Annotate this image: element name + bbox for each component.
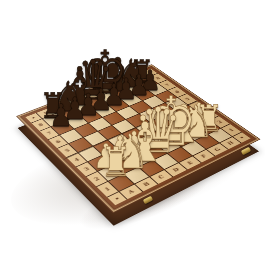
piece-white-pawn-b2: ♟ xyxy=(108,133,134,167)
piece-black-pawn-f7: ♟ xyxy=(115,75,137,104)
piece-white-queen-d1: ♛ xyxy=(134,100,181,162)
piece-white-pawn-e2: ♟ xyxy=(149,115,174,147)
piece-black-pawn-g7: ♟ xyxy=(128,71,150,100)
piece-white-bishop-c1: ♝ xyxy=(124,114,166,169)
piece-black-king-e8: ♚ xyxy=(83,43,128,103)
piece-white-knight-g1: ♞ xyxy=(180,100,214,144)
piece-white-pawn-h2: ♟ xyxy=(187,99,211,130)
piece-white-pawn-f2: ♟ xyxy=(162,110,186,142)
piece-black-pawn-b7: ♟ xyxy=(63,95,86,126)
piece-white-knight-b1: ♞ xyxy=(112,128,148,176)
piece-white-king-e1: ♚ xyxy=(146,88,198,156)
piece-black-rook-a8: ♜ xyxy=(40,88,67,123)
piece-black-queen-d8: ♛ xyxy=(72,53,114,108)
piece-white-pawn-g2: ♟ xyxy=(175,104,199,135)
piece-white-rook-a1: ♜ xyxy=(101,141,132,181)
piece-black-bishop-c8: ♝ xyxy=(62,65,98,113)
piece-layer: ♜♞♝♛♚♝♞♜♟♟♟♟♟♟♟♟♟♟♟♟♟♟♟♟♜♞♝♛♚♝♞♜ xyxy=(0,0,265,265)
piece-white-pawn-c2: ♟ xyxy=(122,127,147,160)
piece-white-rook-h1: ♜ xyxy=(195,101,223,138)
piece-white-pawn-d2: ♟ xyxy=(135,121,160,154)
piece-black-rook-h8: ♜ xyxy=(129,56,154,88)
piece-black-pawn-a7: ♟ xyxy=(49,100,73,131)
piece-black-pawn-d7: ♟ xyxy=(90,85,113,115)
chess-set-photo: ▪ABCDEFGH▪8877665544332211▪ABCDEFGH▪ ♜♞♝… xyxy=(0,0,265,265)
piece-black-knight-b8: ♞ xyxy=(51,76,83,118)
piece-white-bishop-f1: ♝ xyxy=(165,98,205,150)
piece-white-pawn-a2: ♟ xyxy=(93,139,119,173)
piece-black-pawn-c7: ♟ xyxy=(77,90,100,120)
piece-black-pawn-e7: ♟ xyxy=(103,80,125,109)
piece-black-knight-g8: ♞ xyxy=(115,54,145,93)
piece-black-bishop-f8: ♝ xyxy=(100,52,135,98)
piece-black-pawn-h7: ♟ xyxy=(140,66,162,94)
